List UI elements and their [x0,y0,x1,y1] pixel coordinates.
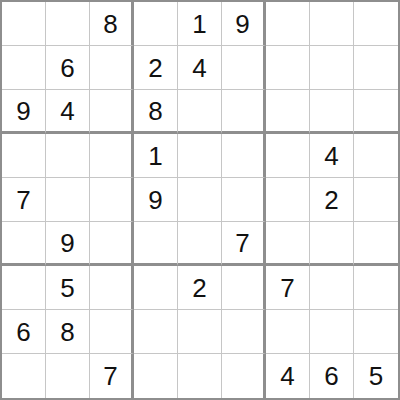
cell-r3c2[interactable]: 4 [46,90,90,134]
cell-r2c4[interactable]: 2 [134,46,178,90]
cell-r6c5[interactable] [178,222,222,266]
cell-r1c5[interactable]: 1 [178,2,222,46]
cell-r7c3[interactable] [90,266,134,310]
cell-r1c4[interactable] [134,2,178,46]
cell-r2c8[interactable] [310,46,354,90]
cell-r5c7[interactable] [266,178,310,222]
cell-r5c4[interactable]: 9 [134,178,178,222]
cell-r2c9[interactable] [354,46,398,90]
sudoku-board: 8196249481479297527687465 [0,0,400,400]
cell-r8c9[interactable] [354,310,398,354]
cell-r6c1[interactable] [2,222,46,266]
cell-r2c5[interactable]: 4 [178,46,222,90]
cell-r5c8[interactable]: 2 [310,178,354,222]
cell-r5c6[interactable] [222,178,266,222]
cell-r8c8[interactable] [310,310,354,354]
cell-r7c6[interactable] [222,266,266,310]
cell-r9c6[interactable] [222,354,266,398]
cell-r4c7[interactable] [266,134,310,178]
cell-r5c3[interactable] [90,178,134,222]
cell-r8c3[interactable] [90,310,134,354]
cell-r9c1[interactable] [2,354,46,398]
cell-r4c1[interactable] [2,134,46,178]
cell-r2c7[interactable] [266,46,310,90]
cell-r2c1[interactable] [2,46,46,90]
cell-r5c9[interactable] [354,178,398,222]
cell-r1c2[interactable] [46,2,90,46]
cell-r2c2[interactable]: 6 [46,46,90,90]
cell-r7c4[interactable] [134,266,178,310]
cell-r1c6[interactable]: 9 [222,2,266,46]
cell-r9c7[interactable]: 4 [266,354,310,398]
cell-r3c6[interactable] [222,90,266,134]
cell-r9c8[interactable]: 6 [310,354,354,398]
cell-r7c9[interactable] [354,266,398,310]
cell-r1c7[interactable] [266,2,310,46]
cell-r3c8[interactable] [310,90,354,134]
cell-r2c3[interactable] [90,46,134,90]
cell-r9c4[interactable] [134,354,178,398]
cell-r6c9[interactable] [354,222,398,266]
cell-r7c2[interactable]: 5 [46,266,90,310]
cell-r3c4[interactable]: 8 [134,90,178,134]
cell-r8c1[interactable]: 6 [2,310,46,354]
cell-r6c7[interactable] [266,222,310,266]
cell-r8c2[interactable]: 8 [46,310,90,354]
cell-r4c2[interactable] [46,134,90,178]
cell-r8c5[interactable] [178,310,222,354]
cell-r4c8[interactable]: 4 [310,134,354,178]
cell-r6c4[interactable] [134,222,178,266]
cell-r5c1[interactable]: 7 [2,178,46,222]
cell-r3c3[interactable] [90,90,134,134]
cell-r3c5[interactable] [178,90,222,134]
cell-r1c8[interactable] [310,2,354,46]
cell-r1c3[interactable]: 8 [90,2,134,46]
cell-r3c9[interactable] [354,90,398,134]
cell-r4c5[interactable] [178,134,222,178]
cell-r6c8[interactable] [310,222,354,266]
cell-r2c6[interactable] [222,46,266,90]
cell-r4c9[interactable] [354,134,398,178]
cell-r4c3[interactable] [90,134,134,178]
cell-r7c1[interactable] [2,266,46,310]
cell-r9c2[interactable] [46,354,90,398]
cell-r9c5[interactable] [178,354,222,398]
cell-r1c1[interactable] [2,2,46,46]
cell-r6c6[interactable]: 7 [222,222,266,266]
cell-r4c6[interactable] [222,134,266,178]
cell-r9c9[interactable]: 5 [354,354,398,398]
cell-r5c2[interactable] [46,178,90,222]
cell-r3c1[interactable]: 9 [2,90,46,134]
cell-r6c2[interactable]: 9 [46,222,90,266]
cell-r8c4[interactable] [134,310,178,354]
cell-r7c8[interactable] [310,266,354,310]
cell-r9c3[interactable]: 7 [90,354,134,398]
cell-r7c5[interactable]: 2 [178,266,222,310]
cell-r6c3[interactable] [90,222,134,266]
cell-r7c7[interactable]: 7 [266,266,310,310]
cell-r4c4[interactable]: 1 [134,134,178,178]
cell-r1c9[interactable] [354,2,398,46]
cell-r8c7[interactable] [266,310,310,354]
cell-r8c6[interactable] [222,310,266,354]
cell-r3c7[interactable] [266,90,310,134]
cell-r5c5[interactable] [178,178,222,222]
